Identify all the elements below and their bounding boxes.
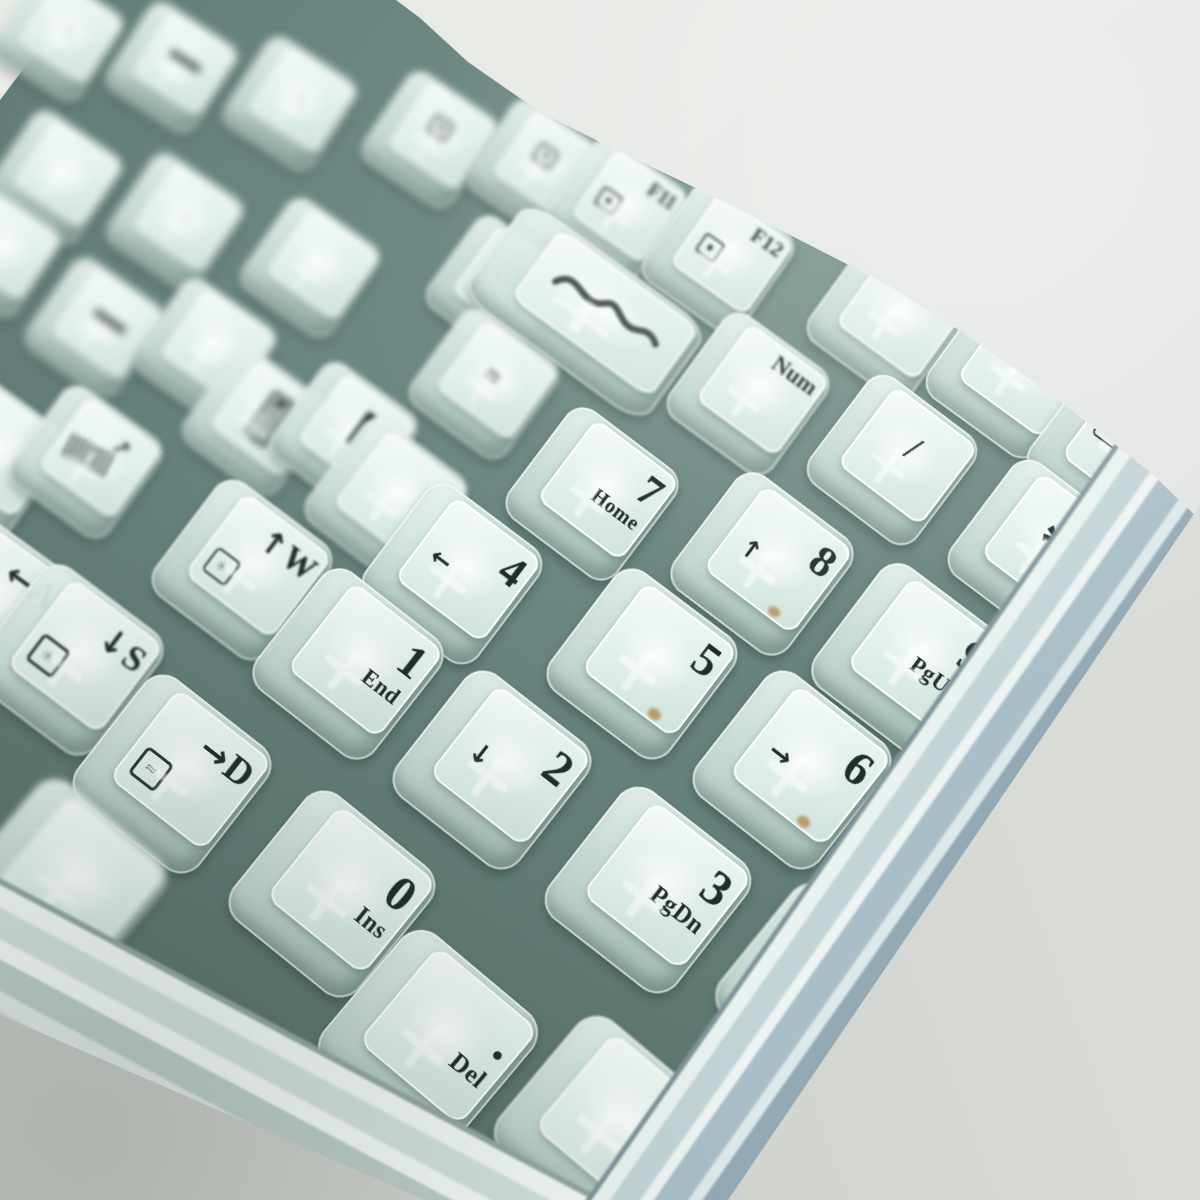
photo-scene: ∴∴∴F11F12PrtSc-+✦Num/*=7Home8↑9PgUp↑W☀4←…: [0, 0, 1200, 1200]
